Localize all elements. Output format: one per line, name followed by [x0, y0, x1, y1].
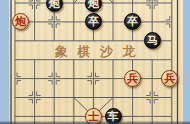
piece-character: 马	[147, 35, 158, 46]
piece-character: 炮	[15, 16, 26, 27]
piece-character: 炮	[49, 0, 60, 9]
board-watermark: 象棋沙龙	[55, 43, 145, 61]
piece-black-cannon[interactable]: 炮	[46, 0, 63, 12]
piece-character: 卒	[88, 16, 99, 27]
piece-character: 兵	[164, 73, 175, 84]
piece-character: 兵	[127, 73, 138, 84]
piece-character: 炮	[88, 0, 99, 9]
screen-edge-shadow	[0, 121, 190, 124]
piece-character: 卒	[127, 16, 138, 27]
xiangqi-app-window: 象棋沙龙 炮炮炮卒卒马兵兵士车	[0, 0, 190, 124]
piece-red-soldier[interactable]: 兵	[161, 70, 178, 87]
piece-black-horse[interactable]: 马	[144, 32, 161, 49]
